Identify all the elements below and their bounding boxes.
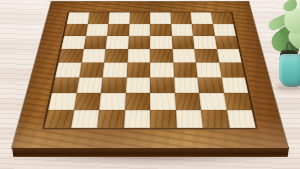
square-g1 — [201, 110, 229, 128]
square-g2 — [199, 93, 226, 110]
pot-shadow — [275, 84, 300, 91]
square-h4 — [219, 63, 245, 78]
square-c6 — [106, 36, 129, 49]
square-d7 — [129, 24, 150, 36]
board-edge — [10, 147, 291, 157]
square-c8 — [108, 12, 129, 23]
square-g5 — [194, 49, 218, 63]
square-h6 — [214, 36, 238, 49]
square-h7 — [213, 24, 236, 36]
square-a6 — [61, 36, 85, 49]
square-a5 — [58, 49, 83, 63]
square-b3 — [76, 77, 102, 93]
square-e7 — [150, 24, 171, 36]
square-f8 — [170, 12, 191, 23]
board-squares — [44, 12, 255, 128]
plant-pot — [279, 54, 300, 87]
square-c7 — [107, 24, 129, 36]
square-g7 — [192, 24, 215, 36]
square-d8 — [129, 12, 150, 23]
square-e8 — [150, 12, 171, 23]
square-h1 — [226, 110, 255, 128]
square-b6 — [83, 36, 107, 49]
square-d1 — [124, 110, 150, 128]
square-g3 — [197, 77, 223, 93]
square-d3 — [125, 77, 150, 93]
square-f7 — [171, 24, 193, 36]
scene — [0, 0, 300, 169]
square-f2 — [175, 93, 201, 110]
square-b4 — [79, 63, 104, 78]
square-d6 — [128, 36, 150, 49]
square-b7 — [86, 24, 109, 36]
square-g8 — [190, 12, 212, 23]
square-a3 — [52, 77, 79, 93]
board-frame — [12, 1, 288, 148]
square-h3 — [221, 77, 248, 93]
square-c1 — [97, 110, 124, 128]
square-h5 — [217, 49, 242, 63]
square-d4 — [126, 63, 150, 78]
square-d2 — [125, 93, 150, 110]
square-f1 — [175, 110, 202, 128]
square-c5 — [104, 49, 128, 63]
square-g6 — [193, 36, 217, 49]
square-b1 — [71, 110, 99, 128]
square-e4 — [150, 63, 174, 78]
square-f6 — [171, 36, 194, 49]
square-b2 — [74, 93, 101, 110]
square-f3 — [174, 77, 199, 93]
square-a7 — [64, 24, 87, 36]
square-f4 — [173, 63, 197, 78]
square-h8 — [211, 12, 234, 23]
square-c2 — [99, 93, 125, 110]
square-e1 — [150, 110, 176, 128]
square-a2 — [48, 93, 76, 110]
square-f5 — [172, 49, 196, 63]
square-c3 — [101, 77, 126, 93]
square-c4 — [103, 63, 127, 78]
square-e2 — [150, 93, 175, 110]
chess-board — [12, 1, 288, 148]
square-b5 — [81, 49, 105, 63]
square-h2 — [224, 93, 252, 110]
square-b8 — [87, 12, 109, 23]
square-a8 — [67, 12, 90, 23]
square-a4 — [55, 63, 81, 78]
square-g4 — [196, 63, 221, 78]
square-e5 — [150, 49, 173, 63]
square-d5 — [127, 49, 150, 63]
square-a1 — [44, 110, 73, 128]
square-e6 — [150, 36, 172, 49]
square-e3 — [150, 77, 175, 93]
